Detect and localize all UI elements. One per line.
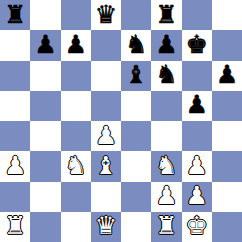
square-e6[interactable]: ♝ bbox=[121, 61, 151, 91]
black-pawn-h6[interactable]: ♟ bbox=[216, 62, 238, 87]
square-f1[interactable]: ♜ bbox=[151, 212, 181, 242]
black-knight-e7[interactable]: ♞ bbox=[125, 32, 147, 57]
white-bishop-d3[interactable]: ♝ bbox=[95, 153, 117, 178]
square-d5[interactable] bbox=[91, 91, 121, 121]
square-b6[interactable] bbox=[30, 61, 60, 91]
black-bishop-e6[interactable]: ♝ bbox=[125, 62, 147, 87]
square-c2[interactable] bbox=[61, 182, 91, 212]
square-f3[interactable]: ♞ bbox=[151, 151, 181, 181]
square-f4[interactable] bbox=[151, 121, 181, 151]
black-rook-a8[interactable]: ♜ bbox=[4, 2, 26, 27]
square-c8[interactable] bbox=[61, 0, 91, 30]
square-h7[interactable] bbox=[212, 30, 242, 60]
board-container: ♜♛♜♟♟♞♟♚♝♞♟♟♟♟♞♝♞♟♟♟♜♛♜♚ bbox=[0, 0, 242, 242]
black-pawn-f7[interactable]: ♟ bbox=[155, 32, 177, 57]
square-h4[interactable] bbox=[212, 121, 242, 151]
square-f8[interactable]: ♜ bbox=[151, 0, 181, 30]
white-pawn-f2[interactable]: ♟ bbox=[155, 183, 177, 208]
white-king-g1[interactable]: ♚ bbox=[185, 213, 207, 238]
square-a7[interactable] bbox=[0, 30, 30, 60]
black-queen-d8[interactable]: ♛ bbox=[95, 2, 117, 27]
square-g3[interactable]: ♟ bbox=[182, 151, 212, 181]
black-pawn-b7[interactable]: ♟ bbox=[34, 32, 56, 57]
black-king-g7[interactable]: ♚ bbox=[185, 32, 207, 57]
square-b5[interactable] bbox=[30, 91, 60, 121]
square-c1[interactable] bbox=[61, 212, 91, 242]
square-b2[interactable] bbox=[30, 182, 60, 212]
white-rook-f1[interactable]: ♜ bbox=[155, 213, 177, 238]
white-pawn-g3[interactable]: ♟ bbox=[185, 153, 207, 178]
square-g6[interactable] bbox=[182, 61, 212, 91]
square-b1[interactable] bbox=[30, 212, 60, 242]
white-knight-f3[interactable]: ♞ bbox=[155, 153, 177, 178]
black-rook-f8[interactable]: ♜ bbox=[155, 2, 177, 27]
square-e3[interactable] bbox=[121, 151, 151, 181]
square-b4[interactable] bbox=[30, 121, 60, 151]
white-pawn-d4[interactable]: ♟ bbox=[95, 123, 117, 148]
square-g5[interactable]: ♟ bbox=[182, 91, 212, 121]
square-f2[interactable]: ♟ bbox=[151, 182, 181, 212]
square-h1[interactable] bbox=[212, 212, 242, 242]
square-a6[interactable] bbox=[0, 61, 30, 91]
square-a1[interactable]: ♜ bbox=[0, 212, 30, 242]
square-d3[interactable]: ♝ bbox=[91, 151, 121, 181]
white-queen-d1[interactable]: ♛ bbox=[95, 213, 117, 238]
square-b8[interactable] bbox=[30, 0, 60, 30]
black-pawn-g5[interactable]: ♟ bbox=[185, 92, 207, 117]
black-pawn-c7[interactable]: ♟ bbox=[64, 32, 86, 57]
square-e7[interactable]: ♞ bbox=[121, 30, 151, 60]
square-c5[interactable] bbox=[61, 91, 91, 121]
white-pawn-g2[interactable]: ♟ bbox=[185, 183, 207, 208]
square-g7[interactable]: ♚ bbox=[182, 30, 212, 60]
square-e2[interactable] bbox=[121, 182, 151, 212]
square-d8[interactable]: ♛ bbox=[91, 0, 121, 30]
square-g1[interactable]: ♚ bbox=[182, 212, 212, 242]
square-f5[interactable] bbox=[151, 91, 181, 121]
square-b7[interactable]: ♟ bbox=[30, 30, 60, 60]
white-knight-c3[interactable]: ♞ bbox=[64, 153, 86, 178]
square-a5[interactable] bbox=[0, 91, 30, 121]
square-d2[interactable] bbox=[91, 182, 121, 212]
square-a2[interactable] bbox=[0, 182, 30, 212]
square-c6[interactable] bbox=[61, 61, 91, 91]
square-f6[interactable]: ♞ bbox=[151, 61, 181, 91]
square-b3[interactable] bbox=[30, 151, 60, 181]
white-rook-a1[interactable]: ♜ bbox=[4, 213, 26, 238]
square-c7[interactable]: ♟ bbox=[61, 30, 91, 60]
square-d7[interactable] bbox=[91, 30, 121, 60]
square-c4[interactable] bbox=[61, 121, 91, 151]
square-e5[interactable] bbox=[121, 91, 151, 121]
square-g2[interactable]: ♟ bbox=[182, 182, 212, 212]
square-d6[interactable] bbox=[91, 61, 121, 91]
black-knight-f6[interactable]: ♞ bbox=[155, 62, 177, 87]
square-f7[interactable]: ♟ bbox=[151, 30, 181, 60]
square-e8[interactable] bbox=[121, 0, 151, 30]
square-h2[interactable] bbox=[212, 182, 242, 212]
square-e1[interactable] bbox=[121, 212, 151, 242]
square-g8[interactable] bbox=[182, 0, 212, 30]
square-d1[interactable]: ♛ bbox=[91, 212, 121, 242]
square-a8[interactable]: ♜ bbox=[0, 0, 30, 30]
square-g4[interactable] bbox=[182, 121, 212, 151]
square-a3[interactable]: ♟ bbox=[0, 151, 30, 181]
square-h3[interactable] bbox=[212, 151, 242, 181]
square-c3[interactable]: ♞ bbox=[61, 151, 91, 181]
square-d4[interactable]: ♟ bbox=[91, 121, 121, 151]
square-h8[interactable] bbox=[212, 0, 242, 30]
white-pawn-a3[interactable]: ♟ bbox=[4, 153, 26, 178]
square-e4[interactable] bbox=[121, 121, 151, 151]
square-h6[interactable]: ♟ bbox=[212, 61, 242, 91]
square-h5[interactable] bbox=[212, 91, 242, 121]
chess-board: ♜♛♜♟♟♞♟♚♝♞♟♟♟♟♞♝♞♟♟♟♜♛♜♚ bbox=[0, 0, 242, 242]
square-a4[interactable] bbox=[0, 121, 30, 151]
